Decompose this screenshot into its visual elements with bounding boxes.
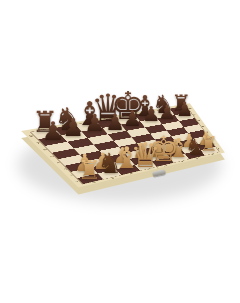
coord-label: 8 [29, 135, 35, 138]
coord-label: е [180, 161, 184, 163]
coord-label: з [175, 106, 179, 108]
coord-label: з [211, 153, 214, 155]
coord-label: г [147, 168, 151, 170]
coord-label: 3 [209, 137, 213, 139]
coord-label: 5 [49, 155, 55, 158]
coord-label: 6 [197, 120, 201, 122]
coord-label: 7 [36, 142, 42, 145]
coord-label: д [163, 164, 167, 166]
coord-label: 3 [62, 168, 67, 170]
coord-label: 2 [213, 142, 217, 144]
coord-label: в [129, 172, 133, 174]
coord-label: 4 [205, 131, 209, 133]
chess-set-photo: аа88бб77вв66гг55дд44ее33жж22зз11 ♜♞♝♟♚♟♟… [0, 0, 240, 303]
coord-label: 7 [193, 114, 197, 116]
coord-label: 1 [75, 180, 80, 182]
coord-label: 6 [43, 149, 49, 152]
coord-label: 8 [188, 108, 192, 110]
coord-label: 5 [201, 126, 205, 128]
coord-label: б [111, 177, 116, 179]
coord-label: 2 [69, 174, 74, 176]
coord-label: 1 [217, 148, 221, 150]
coord-label: а [91, 181, 96, 183]
coord-label: 4 [56, 162, 61, 164]
